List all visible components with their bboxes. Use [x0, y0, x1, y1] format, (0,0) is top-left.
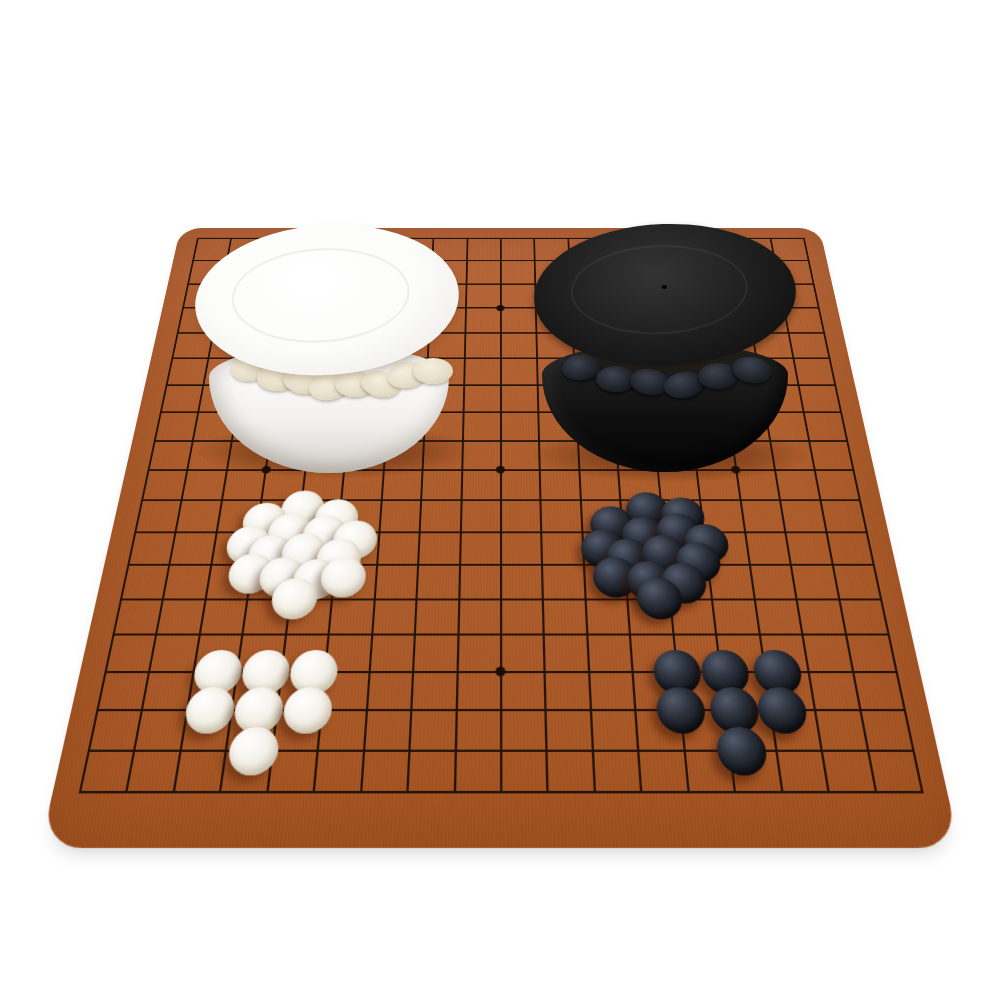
black-stone: [715, 726, 770, 775]
go-set-photo: [0, 0, 1000, 1000]
white-bowl-stone: [413, 358, 453, 384]
black-bowl-lid: [532, 219, 799, 370]
black-stone: [655, 687, 707, 734]
black-bowl-stone: [730, 354, 774, 386]
go-board-mat: [40, 228, 960, 848]
stones-layer: [40, 228, 960, 848]
white-stone: [226, 726, 281, 775]
white-stone: [282, 687, 334, 734]
white-stone-bowl: [195, 225, 465, 477]
black-stone-bowl: [532, 222, 804, 476]
white-stone: [182, 687, 237, 734]
black-stone: [754, 687, 809, 734]
lid-center-dimple-icon: [662, 285, 667, 289]
